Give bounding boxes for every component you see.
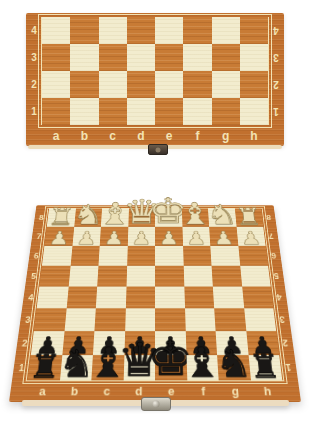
square-g8: ♞ <box>208 208 236 226</box>
rank-label-mirrored-2: 2 <box>268 71 284 98</box>
square-a8: ♜ <box>47 208 76 226</box>
file-label-c: c <box>99 125 127 146</box>
square-f6 <box>183 246 212 266</box>
square-a4 <box>37 287 69 309</box>
white-pawn-f7: ♟ <box>186 230 207 247</box>
square-h6 <box>238 246 268 266</box>
square-d1 <box>127 98 155 125</box>
file-label-e: e <box>155 125 183 146</box>
square-h2 <box>240 71 268 98</box>
square-c2: ♟ <box>93 331 125 355</box>
square-b4 <box>70 17 98 44</box>
square-c7: ♟ <box>100 227 128 246</box>
black-pawn-g2: ♟ <box>220 335 245 356</box>
white-rook-h8: ♜ <box>234 206 263 227</box>
square-d3 <box>125 308 155 331</box>
white-pawn-g7: ♟ <box>213 230 235 247</box>
rank-label-6: 6 <box>28 246 44 266</box>
square-a2 <box>42 71 70 98</box>
open-board: ♜♞♝♛♚♝♞♜♟♟♟♟♟♟♟♟♟♟♟♟♟♟♟♟♜♞♝♛♚♝♞♜ 8765432… <box>9 205 301 402</box>
black-pawn-a2: ♟ <box>35 335 60 356</box>
open-board-grid: ♜♞♝♛♚♝♞♜♟♟♟♟♟♟♟♟♟♟♟♟♟♟♟♟♜♞♝♛♚♝♞♜ <box>28 208 283 380</box>
square-e1 <box>155 98 183 125</box>
square-f8: ♝ <box>181 208 209 226</box>
square-e3 <box>155 308 185 331</box>
white-pawn-e7: ♟ <box>158 230 179 247</box>
black-pawn-e2: ♟ <box>159 335 182 356</box>
square-a4 <box>42 17 70 44</box>
rank-label-mirrored-3: 3 <box>273 308 291 331</box>
black-pawn-f2: ♟ <box>189 335 213 356</box>
file-label-h: h <box>250 380 285 402</box>
square-h2: ♟ <box>246 331 279 355</box>
rank-label-mirrored-6: 6 <box>266 246 282 266</box>
square-b2: ♟ <box>62 331 95 355</box>
square-c5 <box>97 266 127 287</box>
square-e7: ♟ <box>155 227 183 246</box>
square-a7: ♟ <box>44 227 73 246</box>
white-bishop-c8: ♝ <box>97 201 132 228</box>
square-a5 <box>39 266 70 287</box>
rank-label-3: 3 <box>26 44 42 71</box>
square-d2 <box>127 71 155 98</box>
square-g1: ♞ <box>217 355 250 380</box>
square-d7: ♟ <box>127 227 155 246</box>
square-c2 <box>99 71 127 98</box>
square-h1: ♜ <box>248 355 282 380</box>
square-h3 <box>244 308 276 331</box>
square-e8: ♚ <box>155 208 182 226</box>
black-pawn-d2: ♟ <box>128 335 151 356</box>
square-f3 <box>183 44 211 71</box>
black-pawn-h2: ♟ <box>250 335 275 356</box>
square-f1 <box>183 98 211 125</box>
square-b1 <box>70 98 98 125</box>
rank-label-7: 7 <box>31 227 47 246</box>
rank-label-4: 4 <box>22 287 39 309</box>
latch-clasp-icon <box>141 397 171 411</box>
square-g2: ♟ <box>216 331 249 355</box>
square-a3 <box>34 308 66 331</box>
square-d3 <box>127 44 155 71</box>
closed-board-rank-labels-right: 4321 <box>268 17 284 125</box>
square-e2 <box>155 71 183 98</box>
square-h8: ♜ <box>234 208 263 226</box>
square-f7: ♟ <box>182 227 210 246</box>
file-label-d: d <box>127 125 155 146</box>
file-label-f: f <box>183 125 211 146</box>
square-f2: ♟ <box>185 331 217 355</box>
square-a3 <box>42 44 70 71</box>
file-label-a: a <box>25 380 60 402</box>
white-pawn-c7: ♟ <box>103 230 124 247</box>
square-b2 <box>70 71 98 98</box>
white-pawn-b7: ♟ <box>76 230 98 247</box>
white-knight-b8: ♞ <box>72 203 105 228</box>
rank-label-mirrored-1: 1 <box>268 98 284 125</box>
closed-board: 4321 4321 abcdefgh <box>26 13 284 146</box>
square-c6 <box>98 246 127 266</box>
closed-board-grid <box>42 17 268 125</box>
square-d4 <box>127 17 155 44</box>
square-a6 <box>42 246 72 266</box>
square-f3 <box>185 308 216 331</box>
square-b6 <box>70 246 100 266</box>
square-e5 <box>155 266 184 287</box>
square-d2: ♟ <box>124 331 155 355</box>
square-h7: ♟ <box>236 227 265 246</box>
white-pawn-a7: ♟ <box>48 230 70 247</box>
square-b3 <box>64 308 96 331</box>
square-b5 <box>68 266 98 287</box>
square-c8: ♝ <box>101 208 129 226</box>
square-a1 <box>42 98 70 125</box>
black-rook-h1: ♜ <box>248 352 282 381</box>
square-d1: ♛ <box>123 355 155 380</box>
square-b4 <box>66 287 97 309</box>
rank-label-mirrored-8: 8 <box>261 208 277 226</box>
rank-label-mirrored-4: 4 <box>268 17 284 44</box>
square-f2 <box>183 71 211 98</box>
square-a1: ♜ <box>28 355 62 380</box>
square-d8: ♛ <box>128 208 155 226</box>
square-g7: ♟ <box>209 227 238 246</box>
square-g5 <box>212 266 242 287</box>
rank-label-mirrored-3: 3 <box>268 44 284 71</box>
rank-label-mirrored-5: 5 <box>268 266 285 287</box>
square-g3 <box>214 308 246 331</box>
file-label-g: g <box>219 380 253 402</box>
file-label-g: g <box>212 125 240 146</box>
square-c1 <box>99 98 127 125</box>
white-pawn-d7: ♟ <box>131 230 152 247</box>
square-f1: ♝ <box>186 355 219 380</box>
square-h1 <box>240 98 268 125</box>
square-b7: ♟ <box>72 227 101 246</box>
white-knight-g8: ♞ <box>206 203 239 228</box>
white-rook-a8: ♜ <box>47 206 76 227</box>
rank-label-8: 8 <box>33 208 49 226</box>
rank-label-2: 2 <box>26 71 42 98</box>
square-e1: ♚ <box>155 355 187 380</box>
rank-label-mirrored-1: 1 <box>279 355 298 380</box>
square-e3 <box>155 44 183 71</box>
square-h5 <box>240 266 271 287</box>
square-g1 <box>212 98 240 125</box>
rank-label-mirrored-4: 4 <box>271 287 288 309</box>
rank-label-5: 5 <box>25 266 42 287</box>
closed-board-file-labels: abcdefgh <box>42 125 268 146</box>
file-label-b: b <box>58 380 92 402</box>
square-c4 <box>96 287 126 309</box>
file-label-h: h <box>240 125 268 146</box>
square-a2: ♟ <box>31 331 64 355</box>
square-e6 <box>155 246 183 266</box>
square-e2: ♟ <box>155 331 186 355</box>
square-g6 <box>210 246 240 266</box>
chess-set-photo: 4321 4321 abcdefgh ♜♞♝♛♚♝♞♜♟♟♟♟♟♟♟♟♟♟♟♟♟… <box>0 0 310 430</box>
file-label-c: c <box>90 380 123 402</box>
square-d4 <box>125 287 155 309</box>
square-h3 <box>240 44 268 71</box>
square-b1: ♞ <box>60 355 93 380</box>
square-g4 <box>213 287 244 309</box>
black-pawn-b2: ♟ <box>66 335 91 356</box>
square-b3 <box>70 44 98 71</box>
rank-label-mirrored-7: 7 <box>263 227 279 246</box>
square-f5 <box>183 266 213 287</box>
square-f4 <box>183 17 211 44</box>
square-c1: ♝ <box>91 355 124 380</box>
rank-label-1: 1 <box>26 98 42 125</box>
square-g2 <box>212 71 240 98</box>
square-g3 <box>212 44 240 71</box>
square-c3 <box>99 44 127 71</box>
square-h4 <box>242 287 274 309</box>
square-c4 <box>99 17 127 44</box>
file-label-b: b <box>70 125 98 146</box>
square-e4 <box>155 287 185 309</box>
white-pawn-h7: ♟ <box>240 230 262 247</box>
square-f4 <box>184 287 214 309</box>
file-label-f: f <box>187 380 220 402</box>
black-pawn-c2: ♟ <box>97 335 121 356</box>
square-h4 <box>240 17 268 44</box>
square-d6 <box>127 246 155 266</box>
square-c3 <box>94 308 125 331</box>
closed-board-rank-labels-left: 4321 <box>26 17 42 125</box>
square-g4 <box>212 17 240 44</box>
square-d5 <box>126 266 155 287</box>
rank-label-mirrored-2: 2 <box>276 331 294 355</box>
rank-label-4: 4 <box>26 17 42 44</box>
black-rook-a1: ♜ <box>28 352 62 381</box>
square-b8: ♞ <box>74 208 102 226</box>
square-e4 <box>155 17 183 44</box>
file-label-a: a <box>42 125 70 146</box>
